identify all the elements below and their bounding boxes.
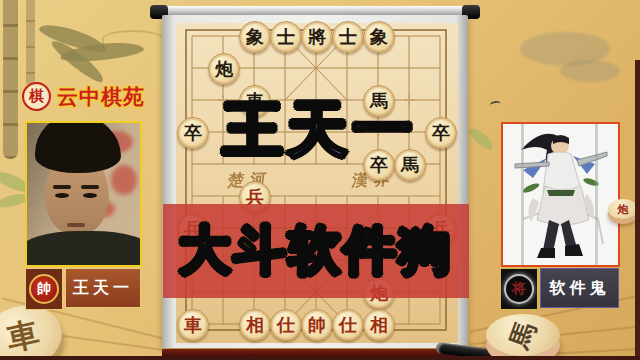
- logo-name: 云中棋苑: [57, 83, 145, 111]
- red-general-badge-icon: 帥: [29, 274, 59, 304]
- bottom-edge-strip: [0, 356, 640, 360]
- piece-red-仕[interactable]: 仕: [270, 309, 302, 341]
- left-player-name: 王天一: [65, 268, 141, 308]
- piece-black-將[interactable]: 將: [301, 21, 333, 53]
- photo-bg-decor: [111, 165, 137, 195]
- right-edge-strip: [635, 60, 640, 360]
- channel-logo: 棋 云中棋苑: [22, 82, 145, 111]
- green-leaf-decor: [466, 125, 496, 153]
- ink-wash-decor: [560, 60, 620, 82]
- right-player-name: 软件鬼: [540, 268, 619, 308]
- piece-black-士[interactable]: 士: [270, 21, 302, 53]
- cloud-motif-decor: [102, 30, 164, 48]
- piece-red-相[interactable]: 相: [363, 309, 395, 341]
- eye: [83, 193, 97, 198]
- bamboo-sketch-decor: [521, 124, 524, 265]
- eyebrow: [81, 185, 99, 189]
- piece-red-帥[interactable]: 帥: [301, 309, 333, 341]
- hair: [35, 121, 121, 173]
- decor-piece-horse: 馬: [486, 314, 560, 356]
- eyebrow: [53, 185, 71, 189]
- left-badge-box: 帥: [25, 268, 63, 310]
- mouth: [67, 223, 85, 227]
- bamboo-sketch-decor: [595, 124, 598, 265]
- black-general-badge-icon: 将: [504, 274, 534, 304]
- right-player-avatar: [501, 122, 620, 267]
- logo-seal-icon: 棋: [22, 82, 51, 111]
- piece-black-象[interactable]: 象: [363, 21, 395, 53]
- video-thumbnail: 楚河 漢界 象士將士象炮車馬卒卒卒馬兵兵兵炮車相仕帥仕相 王天一 大斗软件狗 棋…: [0, 0, 640, 360]
- left-player-webcam: [25, 121, 142, 267]
- piece-red-相[interactable]: 相: [239, 309, 271, 341]
- piece-black-炮[interactable]: 炮: [208, 53, 240, 85]
- bird-mark-decor: [490, 100, 502, 108]
- bamboo-stalk-decor: [26, 0, 35, 86]
- eye: [55, 193, 69, 198]
- vs-banner: 大斗软件狗: [163, 204, 469, 298]
- vs-banner-text: 大斗软件狗: [179, 216, 454, 286]
- left-player-plate: 帥 王天一: [25, 268, 141, 308]
- top-player-title: 王天一: [178, 90, 462, 171]
- piece-black-象[interactable]: 象: [239, 21, 271, 53]
- right-player-plate: 将 软件鬼: [500, 268, 619, 308]
- piece-red-車[interactable]: 車: [177, 309, 209, 341]
- piece-black-士[interactable]: 士: [332, 21, 364, 53]
- decor-piece-cannon: 炮: [608, 199, 638, 219]
- bamboo-stalk-decor: [3, 0, 18, 159]
- piece-red-仕[interactable]: 仕: [332, 309, 364, 341]
- right-badge-box: 将: [500, 268, 538, 310]
- shoulders: [25, 231, 142, 267]
